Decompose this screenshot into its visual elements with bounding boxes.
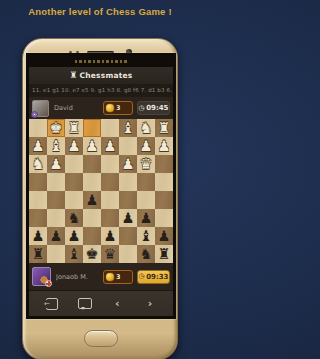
square-g5[interactable] — [47, 191, 65, 209]
square-d8[interactable]: ♛ — [101, 245, 119, 263]
square-e8[interactable]: ♚ — [83, 245, 101, 263]
opponent-row: David 3 ◷ 09:45 — [29, 97, 173, 119]
opponent-avatar — [32, 100, 49, 117]
square-h3[interactable]: ♞ — [29, 155, 47, 173]
square-e5[interactable]: ♟ — [83, 191, 101, 209]
square-d3[interactable] — [101, 155, 119, 173]
white-knight: ♞ — [32, 155, 45, 173]
chess-board: ♚♜♝♞♜♟♝♟♟♟♟♟♞♟♟♛♟♞♟♟♟♟♟♟♝♟♜♝♚♛♞♜ — [29, 119, 173, 263]
white-pawn: ♟ — [86, 137, 99, 155]
home-button — [84, 330, 118, 347]
square-h1[interactable] — [29, 119, 47, 137]
square-a6[interactable] — [155, 209, 173, 227]
square-e1[interactable] — [83, 119, 101, 137]
square-h7[interactable]: ♟ — [29, 227, 47, 245]
black-bishop: ♝ — [140, 227, 153, 245]
square-h6[interactable] — [29, 209, 47, 227]
square-f5[interactable] — [65, 191, 83, 209]
app-screen: ♜ Chessmates 11. e1 g1 10. e7 e5 9. g1 h… — [29, 56, 173, 316]
black-rook: ♜ — [32, 245, 45, 263]
ad-banner-text: Another level of Chess Game ! — [0, 6, 200, 17]
chat-bubble-icon — [78, 298, 92, 309]
square-c2[interactable] — [119, 137, 137, 155]
bottom-toolbar — [29, 290, 173, 316]
white-pawn: ♟ — [140, 137, 153, 155]
square-e2[interactable]: ♟ — [83, 137, 101, 155]
white-knight: ♞ — [140, 119, 153, 137]
black-queen: ♛ — [104, 245, 117, 263]
black-pawn: ♟ — [104, 227, 117, 245]
square-b8[interactable]: ♞ — [137, 245, 155, 263]
light-sensor-dot — [76, 51, 79, 54]
player-name: Jonaob M. — [56, 273, 103, 281]
square-g3[interactable]: ♟ — [47, 155, 65, 173]
square-e7[interactable] — [83, 227, 101, 245]
opponent-coin-badge[interactable]: 3 — [103, 101, 133, 115]
square-h2[interactable]: ♟ — [29, 137, 47, 155]
black-pawn: ♟ — [32, 227, 45, 245]
chat-button[interactable] — [78, 295, 92, 313]
black-rook: ♜ — [158, 245, 171, 263]
square-d6[interactable] — [101, 209, 119, 227]
opponent-clock: ◷ 09:45 — [137, 101, 170, 115]
app-title: Chessmates — [80, 71, 133, 80]
square-d7[interactable]: ♟ — [101, 227, 119, 245]
clock-icon: ◷ — [139, 105, 145, 112]
white-queen: ♛ — [140, 155, 153, 173]
square-c7[interactable] — [119, 227, 137, 245]
black-pawn: ♟ — [86, 191, 99, 209]
square-g8[interactable] — [47, 245, 65, 263]
white-pawn: ♟ — [32, 137, 45, 155]
white-pawn: ♟ — [68, 137, 81, 155]
square-e3[interactable] — [83, 155, 101, 173]
square-a4[interactable] — [155, 173, 173, 191]
player-row: Jonaob M. 3 ◷ 09:33 — [29, 263, 173, 290]
square-a5[interactable] — [155, 191, 173, 209]
square-c1[interactable]: ♝ — [119, 119, 137, 137]
square-b7[interactable]: ♝ — [137, 227, 155, 245]
square-f2[interactable]: ♟ — [65, 137, 83, 155]
square-g6[interactable] — [47, 209, 65, 227]
square-b4[interactable] — [137, 173, 155, 191]
square-g1[interactable]: ♚ — [47, 119, 65, 137]
black-bishop: ♝ — [68, 245, 81, 263]
previous-move-button[interactable] — [110, 295, 124, 313]
rook-icon: ♜ — [70, 71, 78, 80]
player-coin-count: 3 — [116, 273, 121, 281]
white-pawn: ♟ — [158, 137, 171, 155]
square-b6[interactable]: ♟ — [137, 209, 155, 227]
white-pawn: ♟ — [122, 155, 135, 173]
status-bar — [29, 56, 173, 67]
exit-button[interactable] — [45, 295, 59, 313]
player-clock-time: 09:33 — [146, 273, 168, 281]
opponent-clock-time: 09:45 — [146, 104, 168, 112]
phone-frame: ♜ Chessmates 11. e1 g1 10. e7 e5 9. g1 h… — [22, 38, 178, 359]
square-f8[interactable]: ♝ — [65, 245, 83, 263]
black-knight: ♞ — [68, 209, 81, 227]
square-a2[interactable]: ♟ — [155, 137, 173, 155]
white-pawn: ♟ — [104, 137, 117, 155]
opponent-coin-count: 3 — [116, 104, 121, 112]
earpiece-speaker — [87, 51, 114, 55]
white-rook: ♜ — [158, 119, 171, 137]
exit-icon — [46, 298, 58, 310]
square-d5[interactable] — [101, 191, 119, 209]
chevron-right-icon — [148, 298, 153, 309]
square-g4[interactable] — [47, 173, 65, 191]
front-camera — [126, 49, 132, 55]
square-b2[interactable]: ♟ — [137, 137, 155, 155]
square-f6[interactable]: ♞ — [65, 209, 83, 227]
square-f3[interactable] — [65, 155, 83, 173]
square-h8[interactable]: ♜ — [29, 245, 47, 263]
square-g2[interactable]: ♝ — [47, 137, 65, 155]
opponent-name: David — [54, 104, 103, 112]
square-d4[interactable] — [101, 173, 119, 191]
player-clock-active: ◷ 09:33 — [137, 270, 170, 284]
square-a8[interactable]: ♜ — [155, 245, 173, 263]
white-rook: ♜ — [68, 119, 81, 137]
black-knight: ♞ — [140, 245, 153, 263]
opponent-flag-badge — [31, 111, 38, 118]
square-h4[interactable] — [29, 173, 47, 191]
square-b5[interactable] — [137, 191, 155, 209]
chevron-left-icon — [115, 298, 120, 309]
square-e6[interactable] — [83, 209, 101, 227]
move-list[interactable]: 11. e1 g1 10. e7 e5 9. g1 h3 8. g8 f6 7.… — [29, 84, 173, 97]
square-a3[interactable] — [155, 155, 173, 173]
coin-icon — [106, 273, 114, 281]
square-f4[interactable] — [65, 173, 83, 191]
coin-icon — [106, 104, 114, 112]
status-bar-text — [75, 60, 127, 63]
white-bishop: ♝ — [122, 119, 135, 137]
square-f7[interactable]: ♟ — [65, 227, 83, 245]
square-c3[interactable]: ♟ — [119, 155, 137, 173]
square-h5[interactable] — [29, 191, 47, 209]
black-pawn: ♟ — [50, 227, 63, 245]
clock-icon: ◷ — [139, 273, 145, 280]
square-g7[interactable]: ♟ — [47, 227, 65, 245]
proximity-sensor-dot — [69, 51, 72, 54]
black-pawn: ♟ — [140, 209, 153, 227]
black-pawn: ♟ — [122, 209, 135, 227]
square-f1[interactable]: ♜ — [65, 119, 83, 137]
square-c4[interactable] — [119, 173, 137, 191]
square-a1[interactable]: ♜ — [155, 119, 173, 137]
square-b1[interactable]: ♞ — [137, 119, 155, 137]
square-d2[interactable]: ♟ — [101, 137, 119, 155]
black-pawn: ♟ — [158, 227, 171, 245]
england-flag-badge — [45, 280, 52, 287]
square-e4[interactable] — [83, 173, 101, 191]
square-d1[interactable] — [101, 119, 119, 137]
player-avatar — [32, 267, 51, 286]
white-king: ♚ — [50, 119, 63, 137]
next-move-button[interactable] — [143, 295, 157, 313]
white-bishop: ♝ — [50, 137, 63, 155]
black-pawn: ♟ — [68, 227, 81, 245]
square-c8[interactable] — [119, 245, 137, 263]
square-c5[interactable] — [119, 191, 137, 209]
square-b3[interactable]: ♛ — [137, 155, 155, 173]
app-header: ♜ Chessmates — [29, 67, 173, 84]
black-king: ♚ — [86, 245, 99, 263]
player-coin-badge[interactable]: 3 — [103, 270, 133, 284]
square-c6[interactable]: ♟ — [119, 209, 137, 227]
white-pawn: ♟ — [50, 155, 63, 173]
square-a7[interactable]: ♟ — [155, 227, 173, 245]
